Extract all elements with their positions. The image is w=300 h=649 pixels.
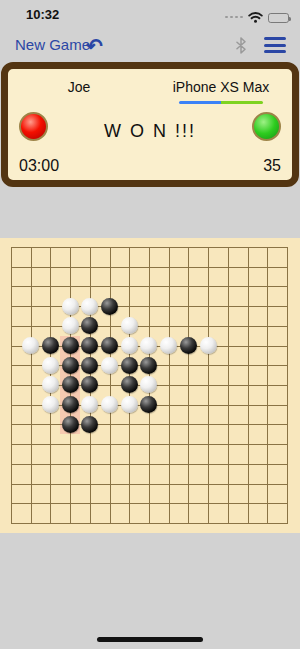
move-count: 35	[263, 157, 281, 175]
stone-black	[62, 357, 79, 374]
stone-white	[62, 317, 79, 334]
stone-black	[101, 337, 118, 354]
battery-icon	[268, 13, 289, 24]
cellular-signal-icon	[225, 16, 243, 21]
stone-black	[62, 337, 79, 354]
new-game-button[interactable]: New Game	[15, 36, 90, 53]
stone-white	[200, 337, 217, 354]
stone-black	[81, 357, 98, 374]
stone-black	[62, 396, 79, 413]
active-player-underline	[179, 101, 263, 104]
result-text: W O N !!!	[8, 121, 292, 142]
stone-black	[101, 298, 118, 315]
stone-white	[81, 298, 98, 315]
stone-white	[121, 317, 138, 334]
player-left-time: 03:00	[19, 157, 59, 175]
undo-icon[interactable]: ↶	[86, 31, 103, 61]
stone-black	[121, 357, 138, 374]
stone-white	[121, 396, 138, 413]
stone-black	[180, 337, 197, 354]
player-right-name: iPhone XS Max	[150, 79, 292, 95]
status-bar: 10:32	[0, 0, 300, 30]
stone-white	[62, 298, 79, 315]
bottom-area	[0, 533, 300, 649]
stone-white	[121, 337, 138, 354]
menu-icon[interactable]	[264, 37, 286, 53]
player-left-name: Joe	[8, 79, 150, 95]
stone-white	[42, 396, 59, 413]
board[interactable]	[0, 238, 300, 533]
clock: 10:32	[26, 7, 59, 22]
stone-white	[42, 357, 59, 374]
wifi-icon	[248, 9, 263, 27]
bluetooth-icon[interactable]	[235, 37, 247, 58]
toolbar: New Game ↶	[0, 30, 300, 62]
home-indicator[interactable]	[97, 637, 203, 642]
stone-black	[42, 337, 59, 354]
stone-white	[101, 357, 118, 374]
score-panel: Joe iPhone XS Max W O N !!! 03:00 35	[1, 62, 299, 187]
stone-black	[62, 416, 79, 433]
